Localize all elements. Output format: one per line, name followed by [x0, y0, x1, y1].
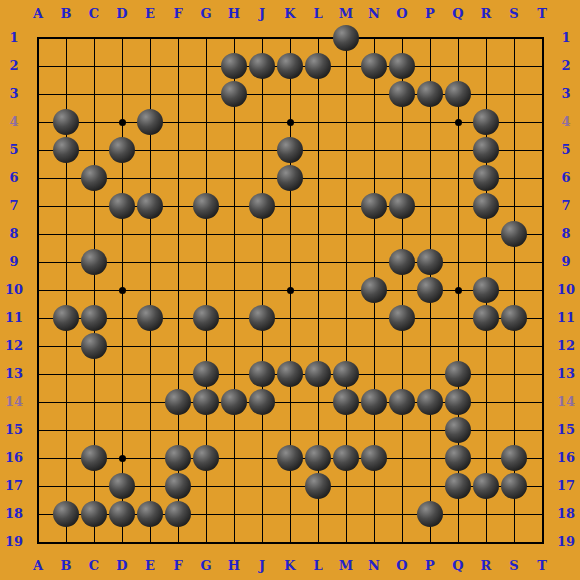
black-stone-C16	[81, 445, 107, 471]
intersection-F8[interactable]	[164, 220, 192, 248]
intersection-O1[interactable]	[388, 24, 416, 52]
intersection-A15[interactable]	[24, 416, 52, 444]
intersection-D3[interactable]	[108, 80, 136, 108]
intersection-H11[interactable]	[220, 304, 248, 332]
intersection-H2	[220, 52, 248, 80]
intersection-R1[interactable]	[472, 24, 500, 52]
col-label-top-M: M	[332, 4, 360, 24]
intersection-A14[interactable]	[24, 388, 52, 416]
intersection-P4[interactable]	[416, 108, 444, 136]
intersection-P5[interactable]	[416, 136, 444, 164]
intersection-H10[interactable]	[220, 276, 248, 304]
intersection-O17[interactable]	[388, 472, 416, 500]
intersection-N17[interactable]	[360, 472, 388, 500]
intersection-O8[interactable]	[388, 220, 416, 248]
intersection-E10[interactable]	[136, 276, 164, 304]
intersection-M6[interactable]	[332, 164, 360, 192]
intersection-Q6[interactable]	[444, 164, 472, 192]
intersection-J19[interactable]	[248, 528, 276, 556]
intersection-H9[interactable]	[220, 248, 248, 276]
intersection-B8[interactable]	[52, 220, 80, 248]
intersection-Q1[interactable]	[444, 24, 472, 52]
intersection-E13[interactable]	[136, 360, 164, 388]
intersection-L10[interactable]	[304, 276, 332, 304]
intersection-L19[interactable]	[304, 528, 332, 556]
intersection-L8[interactable]	[304, 220, 332, 248]
intersection-A8[interactable]	[24, 220, 52, 248]
intersection-N19[interactable]	[360, 528, 388, 556]
black-stone-D18	[109, 501, 135, 527]
intersection-L18[interactable]	[304, 500, 332, 528]
intersection-K11[interactable]	[276, 304, 304, 332]
intersection-O4[interactable]	[388, 108, 416, 136]
intersection-C8[interactable]	[80, 220, 108, 248]
intersection-G2[interactable]	[192, 52, 220, 80]
intersection-C11	[80, 304, 108, 332]
intersection-H4[interactable]	[220, 108, 248, 136]
intersection-H12[interactable]	[220, 332, 248, 360]
intersection-D2[interactable]	[108, 52, 136, 80]
intersection-D14[interactable]	[108, 388, 136, 416]
intersection-R3[interactable]	[472, 80, 500, 108]
intersection-M7[interactable]	[332, 192, 360, 220]
intersection-J16[interactable]	[248, 444, 276, 472]
intersection-E12[interactable]	[136, 332, 164, 360]
intersection-A9[interactable]	[24, 248, 52, 276]
intersection-D12[interactable]	[108, 332, 136, 360]
intersection-P6[interactable]	[416, 164, 444, 192]
intersection-R18[interactable]	[472, 500, 500, 528]
intersection-M5[interactable]	[332, 136, 360, 164]
intersection-S1[interactable]	[500, 24, 528, 52]
intersection-O13[interactable]	[388, 360, 416, 388]
intersection-A4[interactable]	[24, 108, 52, 136]
intersection-F6[interactable]	[164, 164, 192, 192]
intersection-B14[interactable]	[52, 388, 80, 416]
intersection-Q5[interactable]	[444, 136, 472, 164]
intersection-L11[interactable]	[304, 304, 332, 332]
intersection-S6[interactable]	[500, 164, 528, 192]
intersection-G1[interactable]	[192, 24, 220, 52]
intersection-Q8[interactable]	[444, 220, 472, 248]
intersection-H7[interactable]	[220, 192, 248, 220]
row-label-left-11: 11	[0, 304, 28, 332]
intersection-P7[interactable]	[416, 192, 444, 220]
intersection-F13[interactable]	[164, 360, 192, 388]
intersection-F2[interactable]	[164, 52, 192, 80]
intersection-H8[interactable]	[220, 220, 248, 248]
intersection-C17[interactable]	[80, 472, 108, 500]
black-stone-P3	[417, 81, 443, 107]
intersection-N18[interactable]	[360, 500, 388, 528]
intersection-C19[interactable]	[80, 528, 108, 556]
intersection-N3[interactable]	[360, 80, 388, 108]
intersection-P19[interactable]	[416, 528, 444, 556]
black-stone-E11	[137, 305, 163, 331]
intersection-N12[interactable]	[360, 332, 388, 360]
intersection-S7[interactable]	[500, 192, 528, 220]
intersection-F5[interactable]	[164, 136, 192, 164]
intersection-G10[interactable]	[192, 276, 220, 304]
intersection-N11[interactable]	[360, 304, 388, 332]
intersection-K3[interactable]	[276, 80, 304, 108]
intersection-P13[interactable]	[416, 360, 444, 388]
intersection-D16[interactable]	[108, 444, 136, 472]
intersection-D19[interactable]	[108, 528, 136, 556]
intersection-M9[interactable]	[332, 248, 360, 276]
intersection-J12[interactable]	[248, 332, 276, 360]
intersection-H1[interactable]	[220, 24, 248, 52]
intersection-S5[interactable]	[500, 136, 528, 164]
intersection-K9[interactable]	[276, 248, 304, 276]
intersection-S2[interactable]	[500, 52, 528, 80]
intersection-E14[interactable]	[136, 388, 164, 416]
intersection-S4[interactable]	[500, 108, 528, 136]
col-label-bottom-G: G	[192, 556, 220, 576]
intersection-M15[interactable]	[332, 416, 360, 444]
intersection-S10[interactable]	[500, 276, 528, 304]
intersection-B12[interactable]	[52, 332, 80, 360]
intersection-L3[interactable]	[304, 80, 332, 108]
intersection-J5[interactable]	[248, 136, 276, 164]
black-stone-B5	[53, 137, 79, 163]
intersection-O18[interactable]	[388, 500, 416, 528]
black-stone-B11	[53, 305, 79, 331]
row-label-right-6: 6	[552, 164, 580, 192]
intersection-F9[interactable]	[164, 248, 192, 276]
black-stone-C11	[81, 305, 107, 331]
intersection-M3[interactable]	[332, 80, 360, 108]
intersection-A7[interactable]	[24, 192, 52, 220]
row-label-right-10: 10	[552, 276, 580, 304]
intersection-A1[interactable]	[24, 24, 52, 52]
intersection-A2[interactable]	[24, 52, 52, 80]
intersection-J10[interactable]	[248, 276, 276, 304]
intersection-J4[interactable]	[248, 108, 276, 136]
intersection-B19[interactable]	[52, 528, 80, 556]
intersection-K5	[276, 136, 304, 164]
col-label-bottom-E: E	[136, 556, 164, 576]
intersection-E6[interactable]	[136, 164, 164, 192]
intersection-E16[interactable]	[136, 444, 164, 472]
intersection-S18[interactable]	[500, 500, 528, 528]
intersection-M2[interactable]	[332, 52, 360, 80]
intersection-A5[interactable]	[24, 136, 52, 164]
intersection-K7[interactable]	[276, 192, 304, 220]
black-stone-Q17	[445, 473, 471, 499]
black-stone-K16	[277, 445, 303, 471]
star-point-Q4	[455, 119, 462, 126]
intersection-N8[interactable]	[360, 220, 388, 248]
intersection-H16[interactable]	[220, 444, 248, 472]
col-label-top-D: D	[108, 4, 136, 24]
intersection-C5[interactable]	[80, 136, 108, 164]
intersection-C2[interactable]	[80, 52, 108, 80]
intersection-A6[interactable]	[24, 164, 52, 192]
intersection-S14[interactable]	[500, 388, 528, 416]
intersection-E17[interactable]	[136, 472, 164, 500]
intersection-G9[interactable]	[192, 248, 220, 276]
intersection-J3[interactable]	[248, 80, 276, 108]
intersection-D6[interactable]	[108, 164, 136, 192]
intersection-G4[interactable]	[192, 108, 220, 136]
intersection-F12[interactable]	[164, 332, 192, 360]
intersection-C10[interactable]	[80, 276, 108, 304]
intersection-B17[interactable]	[52, 472, 80, 500]
intersection-S12[interactable]	[500, 332, 528, 360]
intersection-K12[interactable]	[276, 332, 304, 360]
intersection-M18[interactable]	[332, 500, 360, 528]
intersection-F1[interactable]	[164, 24, 192, 52]
intersection-O10[interactable]	[388, 276, 416, 304]
intersection-K18[interactable]	[276, 500, 304, 528]
intersection-C1[interactable]	[80, 24, 108, 52]
intersection-F7[interactable]	[164, 192, 192, 220]
intersection-P2[interactable]	[416, 52, 444, 80]
intersection-K4[interactable]	[276, 108, 304, 136]
intersection-F15[interactable]	[164, 416, 192, 444]
intersection-N4[interactable]	[360, 108, 388, 136]
intersection-P11[interactable]	[416, 304, 444, 332]
intersection-C13[interactable]	[80, 360, 108, 388]
col-label-bottom-B: B	[52, 556, 80, 576]
intersection-A12[interactable]	[24, 332, 52, 360]
intersection-E15[interactable]	[136, 416, 164, 444]
intersection-N13[interactable]	[360, 360, 388, 388]
intersection-M17[interactable]	[332, 472, 360, 500]
intersection-E5[interactable]	[136, 136, 164, 164]
intersection-Q11[interactable]	[444, 304, 472, 332]
intersection-J6[interactable]	[248, 164, 276, 192]
intersection-B10[interactable]	[52, 276, 80, 304]
intersection-B7[interactable]	[52, 192, 80, 220]
col-label-top-R: R	[472, 4, 500, 24]
intersection-H13[interactable]	[220, 360, 248, 388]
intersection-L9[interactable]	[304, 248, 332, 276]
intersection-Q4[interactable]	[444, 108, 472, 136]
intersection-H19[interactable]	[220, 528, 248, 556]
intersection-F11[interactable]	[164, 304, 192, 332]
intersection-O12[interactable]	[388, 332, 416, 360]
intersection-B1[interactable]	[52, 24, 80, 52]
intersection-F4[interactable]	[164, 108, 192, 136]
intersection-K1[interactable]	[276, 24, 304, 52]
intersection-M12[interactable]	[332, 332, 360, 360]
intersection-Q19[interactable]	[444, 528, 472, 556]
intersection-L13	[304, 360, 332, 388]
intersection-P8[interactable]	[416, 220, 444, 248]
intersection-F10[interactable]	[164, 276, 192, 304]
intersection-D13[interactable]	[108, 360, 136, 388]
intersection-J1[interactable]	[248, 24, 276, 52]
intersection-G6[interactable]	[192, 164, 220, 192]
intersection-K8[interactable]	[276, 220, 304, 248]
intersection-Q10[interactable]	[444, 276, 472, 304]
intersection-J17[interactable]	[248, 472, 276, 500]
intersection-A19[interactable]	[24, 528, 52, 556]
intersection-M4[interactable]	[332, 108, 360, 136]
intersection-E2[interactable]	[136, 52, 164, 80]
intersection-C4[interactable]	[80, 108, 108, 136]
intersection-S13[interactable]	[500, 360, 528, 388]
intersection-F19[interactable]	[164, 528, 192, 556]
intersection-G12[interactable]	[192, 332, 220, 360]
intersection-B6[interactable]	[52, 164, 80, 192]
intersection-O5[interactable]	[388, 136, 416, 164]
col-label-bottom-N: N	[360, 556, 388, 576]
intersection-J9[interactable]	[248, 248, 276, 276]
intersection-H15[interactable]	[220, 416, 248, 444]
intersection-G18[interactable]	[192, 500, 220, 528]
intersection-L15[interactable]	[304, 416, 332, 444]
intersection-E8[interactable]	[136, 220, 164, 248]
intersection-A13[interactable]	[24, 360, 52, 388]
intersection-K17[interactable]	[276, 472, 304, 500]
intersection-B3[interactable]	[52, 80, 80, 108]
intersection-L4[interactable]	[304, 108, 332, 136]
intersection-S19[interactable]	[500, 528, 528, 556]
intersection-L14[interactable]	[304, 388, 332, 416]
intersection-N6[interactable]	[360, 164, 388, 192]
intersection-S3[interactable]	[500, 80, 528, 108]
intersection-J18[interactable]	[248, 500, 276, 528]
intersection-J15[interactable]	[248, 416, 276, 444]
intersection-B2[interactable]	[52, 52, 80, 80]
black-stone-R11	[473, 305, 499, 331]
intersection-R2[interactable]	[472, 52, 500, 80]
intersection-A10[interactable]	[24, 276, 52, 304]
intersection-C14[interactable]	[80, 388, 108, 416]
intersection-Q7[interactable]	[444, 192, 472, 220]
intersection-O19[interactable]	[388, 528, 416, 556]
black-stone-D17	[109, 473, 135, 499]
intersection-M10[interactable]	[332, 276, 360, 304]
intersection-B13[interactable]	[52, 360, 80, 388]
intersection-Q2[interactable]	[444, 52, 472, 80]
intersection-H17[interactable]	[220, 472, 248, 500]
intersection-R12[interactable]	[472, 332, 500, 360]
intersection-O15[interactable]	[388, 416, 416, 444]
intersection-E1[interactable]	[136, 24, 164, 52]
intersection-Q18[interactable]	[444, 500, 472, 528]
intersection-L1[interactable]	[304, 24, 332, 52]
intersection-P16[interactable]	[416, 444, 444, 472]
intersection-L12[interactable]	[304, 332, 332, 360]
intersection-K19[interactable]	[276, 528, 304, 556]
intersection-A11[interactable]	[24, 304, 52, 332]
intersection-R19[interactable]	[472, 528, 500, 556]
intersection-D10[interactable]	[108, 276, 136, 304]
intersection-M19[interactable]	[332, 528, 360, 556]
intersection-Q9[interactable]	[444, 248, 472, 276]
intersection-D4[interactable]	[108, 108, 136, 136]
black-stone-F18	[165, 501, 191, 527]
intersection-O16[interactable]	[388, 444, 416, 472]
intersection-B9[interactable]	[52, 248, 80, 276]
intersection-G8[interactable]	[192, 220, 220, 248]
intersection-C7[interactable]	[80, 192, 108, 220]
black-stone-C12	[81, 333, 107, 359]
intersection-P17[interactable]	[416, 472, 444, 500]
intersection-A3[interactable]	[24, 80, 52, 108]
intersection-E19[interactable]	[136, 528, 164, 556]
intersection-D1[interactable]	[108, 24, 136, 52]
intersection-E3[interactable]	[136, 80, 164, 108]
intersection-G3[interactable]	[192, 80, 220, 108]
intersection-A16[interactable]	[24, 444, 52, 472]
intersection-M11[interactable]	[332, 304, 360, 332]
black-stone-N14	[361, 389, 387, 415]
col-label-top-G: G	[192, 4, 220, 24]
col-label-top-A: A	[24, 4, 52, 24]
intersection-R14[interactable]	[472, 388, 500, 416]
intersection-S9[interactable]	[500, 248, 528, 276]
intersection-G15[interactable]	[192, 416, 220, 444]
black-stone-D5	[109, 137, 135, 163]
intersection-D8[interactable]	[108, 220, 136, 248]
intersection-N1[interactable]	[360, 24, 388, 52]
intersection-R13[interactable]	[472, 360, 500, 388]
intersection-C15[interactable]	[80, 416, 108, 444]
intersection-R4	[472, 108, 500, 136]
intersection-P12[interactable]	[416, 332, 444, 360]
intersection-K14[interactable]	[276, 388, 304, 416]
intersection-M8[interactable]	[332, 220, 360, 248]
intersection-O6[interactable]	[388, 164, 416, 192]
row-label-left-12: 12	[0, 332, 28, 360]
intersection-P1[interactable]	[416, 24, 444, 52]
intersection-P15[interactable]	[416, 416, 444, 444]
intersection-K15[interactable]	[276, 416, 304, 444]
intersection-D9[interactable]	[108, 248, 136, 276]
intersection-D11[interactable]	[108, 304, 136, 332]
intersection-G19[interactable]	[192, 528, 220, 556]
intersection-N15[interactable]	[360, 416, 388, 444]
intersection-Q12[interactable]	[444, 332, 472, 360]
intersection-R8[interactable]	[472, 220, 500, 248]
intersection-R16[interactable]	[472, 444, 500, 472]
intersection-N9[interactable]	[360, 248, 388, 276]
intersection-L5[interactable]	[304, 136, 332, 164]
black-stone-M14	[333, 389, 359, 415]
intersection-D15[interactable]	[108, 416, 136, 444]
intersection-K10[interactable]	[276, 276, 304, 304]
intersection-E9[interactable]	[136, 248, 164, 276]
intersection-H5[interactable]	[220, 136, 248, 164]
intersection-G17[interactable]	[192, 472, 220, 500]
intersection-P10	[416, 276, 444, 304]
intersection-B16[interactable]	[52, 444, 80, 472]
intersection-S15[interactable]	[500, 416, 528, 444]
intersection-A18[interactable]	[24, 500, 52, 528]
black-stone-J2	[249, 53, 275, 79]
intersection-R9[interactable]	[472, 248, 500, 276]
intersection-N5[interactable]	[360, 136, 388, 164]
row-label-right-18: 18	[552, 500, 580, 528]
intersection-F3[interactable]	[164, 80, 192, 108]
intersection-C3[interactable]	[80, 80, 108, 108]
black-stone-L13	[305, 361, 331, 387]
intersection-B15[interactable]	[52, 416, 80, 444]
intersection-H6[interactable]	[220, 164, 248, 192]
intersection-L6[interactable]	[304, 164, 332, 192]
intersection-G5[interactable]	[192, 136, 220, 164]
intersection-J8[interactable]	[248, 220, 276, 248]
intersection-L7[interactable]	[304, 192, 332, 220]
intersection-H18[interactable]	[220, 500, 248, 528]
intersection-R15[interactable]	[472, 416, 500, 444]
intersection-A17[interactable]	[24, 472, 52, 500]
